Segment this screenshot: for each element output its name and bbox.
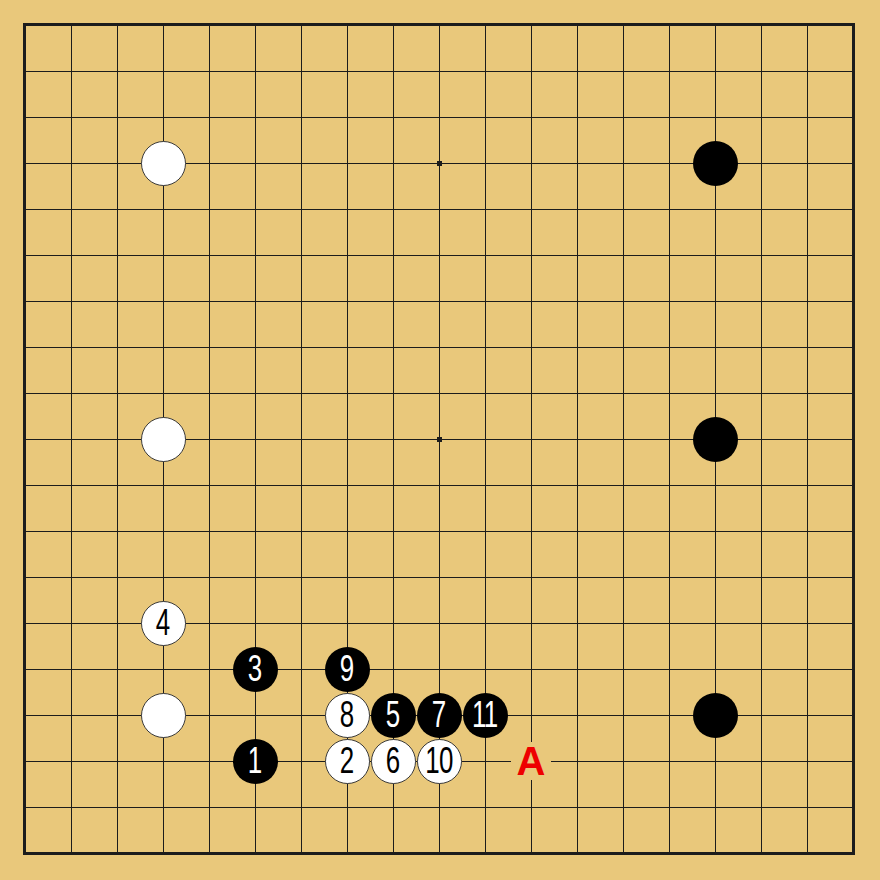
move-number: 10: [425, 743, 452, 779]
board-grid: 1234567891011A: [2, 2, 876, 876]
move-number: 8: [340, 697, 354, 733]
black-stone-move-11: 11: [463, 693, 508, 738]
point-label-A: A: [511, 742, 551, 780]
black-stone-move-5: 5: [371, 693, 416, 738]
move-number: 9: [340, 651, 354, 687]
go-board: 1234567891011A: [0, 0, 880, 880]
black-stone: [693, 141, 738, 186]
white-stone-move-2: 2: [325, 739, 370, 784]
move-number: 5: [386, 697, 400, 733]
black-stone: [693, 417, 738, 462]
black-stone-move-9: 9: [325, 647, 370, 692]
black-stone-move-7: 7: [417, 693, 462, 738]
white-stone: [141, 693, 186, 738]
white-stone-move-4: 4: [141, 601, 186, 646]
black-stone: [693, 693, 738, 738]
black-stone-move-3: 3: [233, 647, 278, 692]
star-point: [437, 161, 442, 166]
move-number: 6: [386, 743, 400, 779]
white-stone-move-8: 8: [325, 693, 370, 738]
white-stone-move-10: 10: [417, 739, 462, 784]
star-point: [437, 437, 442, 442]
move-number: 4: [156, 605, 170, 641]
white-stone-move-6: 6: [371, 739, 416, 784]
move-number: 11: [472, 697, 497, 733]
white-stone: [141, 417, 186, 462]
move-number: 2: [340, 743, 354, 779]
white-stone: [141, 141, 186, 186]
move-number: 3: [248, 651, 262, 687]
move-number: 1: [248, 743, 262, 779]
move-number: 7: [432, 697, 446, 733]
black-stone-move-1: 1: [233, 739, 278, 784]
